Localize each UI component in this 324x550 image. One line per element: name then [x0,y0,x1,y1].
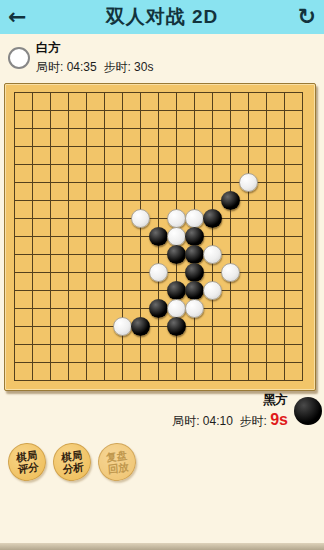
black-stone-indicator [294,397,322,425]
black-stone [185,245,204,264]
black-stone [185,227,204,246]
white-stone [167,227,186,246]
header: 双人对战 2D ← ↻ [0,0,324,34]
black-stone [185,263,204,282]
white-step-time: 30s [134,60,153,74]
game-analysis-button[interactable]: 棋局 分析 [51,441,94,484]
white-stone [239,173,258,192]
white-stone [113,317,132,336]
black-stone [221,191,240,210]
white-stone [167,299,186,318]
black-player-panel: 黑方 局时: 04:10 步时: 9s [172,392,322,430]
white-player-times: 局时: 04:35 步时: 30s [36,59,153,76]
white-stone [203,281,222,300]
gomoku-board[interactable] [4,83,316,391]
game-score-label-2: 评分 [17,460,39,475]
white-stone [221,263,240,282]
black-game-time: 04:10 [203,414,233,428]
white-stone [185,209,204,228]
white-stone [203,245,222,264]
white-player-name: 白方 [36,40,153,57]
back-icon[interactable]: ← [8,6,26,28]
black-player-times: 局时: 04:10 步时: 9s [172,411,288,430]
black-stone [167,317,186,336]
black-stone [203,209,222,228]
refresh-icon[interactable]: ↻ [298,6,316,28]
replay-button[interactable]: 复盘 回放 [96,441,139,484]
black-stone [131,317,150,336]
white-stone [185,299,204,318]
black-player-name: 黑方 [172,392,288,409]
white-stone [131,209,150,228]
black-stone [167,245,186,264]
white-stone-indicator [8,47,30,69]
black-stone [167,281,186,300]
bottom-strip [0,543,324,550]
black-step-time: 9s [270,411,288,428]
white-stone [167,209,186,228]
replay-label-2: 回放 [107,460,129,475]
black-stone [149,299,168,318]
page-title: 双人对战 2D [0,4,324,30]
white-stone [149,263,168,282]
white-game-time-label: 局时: [36,60,63,74]
game-analysis-label-2: 分析 [62,460,84,475]
black-stone [185,281,204,300]
white-step-time-label: 步时: [103,60,130,74]
black-step-time-label: 步时: [240,414,267,428]
white-game-time: 04:35 [67,60,97,74]
white-player-panel: 白方 局时: 04:35 步时: 30s [8,40,153,76]
game-score-button[interactable]: 棋局 评分 [6,441,49,484]
black-game-time-label: 局时: [172,414,199,428]
app-screen: 双人对战 2D ← ↻ 白方 局时: 04:35 步时: 30s 黑方 局时: … [0,0,324,550]
action-button-row: 棋局 评分 棋局 分析 复盘 回放 [8,443,136,481]
black-stone [149,227,168,246]
board-grid [14,92,303,381]
